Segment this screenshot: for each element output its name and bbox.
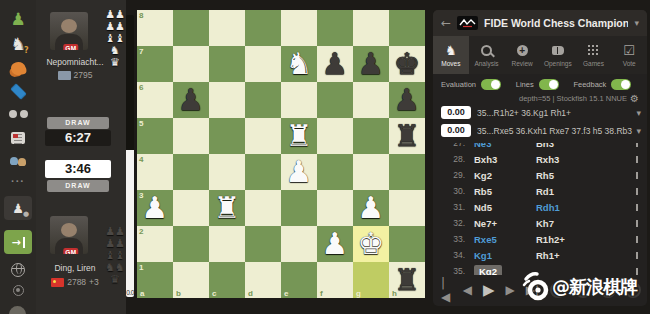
- event-logo[interactable]: [457, 16, 478, 30]
- square-a2[interactable]: 2: [137, 226, 173, 262]
- file-label-c: c: [212, 289, 216, 298]
- square-d8[interactable]: [245, 10, 281, 46]
- square-c1[interactable]: c: [209, 262, 245, 298]
- square-h4[interactable]: [389, 154, 425, 190]
- piece-N-e7[interactable]: ♞: [281, 46, 317, 82]
- square-f2[interactable]: ♟: [317, 226, 353, 262]
- square-e8[interactable]: [281, 10, 317, 46]
- lines-toggle[interactable]: [539, 79, 559, 90]
- tab-vote[interactable]: ☑ Vote: [611, 36, 647, 74]
- piece-p-g7[interactable]: ♟: [353, 46, 389, 82]
- piece-P-g3[interactable]: ♟: [353, 190, 389, 226]
- square-a1[interactable]: 1a: [137, 262, 173, 298]
- square-h8[interactable]: [389, 10, 425, 46]
- move-indicator: [636, 252, 638, 259]
- engine-score: 0.00: [441, 106, 471, 119]
- rating-top: 2795: [74, 70, 93, 80]
- lines-toggle-label: Lines: [516, 80, 534, 89]
- square-c3[interactable]: ♜: [209, 190, 245, 226]
- feedback-toggle-label: Feedback: [573, 80, 606, 89]
- exit-button[interactable]: →: [4, 230, 32, 254]
- piece-P-a3[interactable]: ♟: [137, 190, 173, 226]
- exit-arrow-icon: →: [11, 237, 24, 248]
- tab-analysis[interactable]: Analysis: [469, 36, 505, 74]
- clock-bottom: 3:46: [45, 160, 111, 178]
- move-number: 28.: [443, 154, 465, 164]
- engine-moves: 35...R1h2+ 36.Kg1 Rh1+: [477, 108, 633, 118]
- white-move[interactable]: Nd5: [474, 202, 536, 213]
- white-move[interactable]: Rxe5: [474, 234, 536, 245]
- square-a3[interactable]: 3♟: [137, 190, 173, 226]
- square-b6[interactable]: ♟: [173, 82, 209, 118]
- event-title: FIDE World Chess Champions...: [484, 17, 628, 29]
- rating-row-top: 2795: [36, 70, 114, 80]
- square-h1[interactable]: h♜: [389, 262, 425, 298]
- square-f5[interactable]: [317, 118, 353, 154]
- orange-hand-icon: [9, 60, 26, 76]
- rank-label-7: 7: [139, 47, 143, 56]
- move-navigation: |◀ ◀ ▶ ▶ ▶|: [441, 278, 641, 302]
- draw-button-bottom[interactable]: DRAW: [47, 180, 109, 192]
- square-c5[interactable]: [209, 118, 245, 154]
- square-d2[interactable]: [245, 226, 281, 262]
- engine-depth-text: depth=55 | Stockfish 15.1 NNUE: [519, 94, 627, 103]
- move-indicator: [636, 204, 638, 211]
- draw-button-top[interactable]: DRAW: [47, 117, 109, 129]
- back-icon[interactable]: ←: [441, 16, 451, 30]
- black-move[interactable]: Rd1: [536, 186, 598, 197]
- tab-moves[interactable]: ♞ Moves: [433, 36, 469, 74]
- watch-icon[interactable]: [0, 102, 36, 126]
- avatar-top-player[interactable]: GM: [50, 12, 88, 50]
- square-c8[interactable]: [209, 10, 245, 46]
- square-c7[interactable]: [209, 46, 245, 82]
- game-options-button[interactable]: ♟●: [4, 196, 32, 220]
- file-label-a: a: [140, 289, 144, 298]
- tool-icon-3[interactable]: [600, 282, 616, 298]
- white-move[interactable]: Kg2: [474, 170, 536, 181]
- rank-label-4: 4: [139, 155, 143, 164]
- square-e6[interactable]: [281, 82, 317, 118]
- globe-icon: [11, 263, 25, 277]
- engine-score: 0.00: [441, 124, 471, 137]
- square-b8[interactable]: [173, 10, 209, 46]
- rating-bottom: 2788: [67, 277, 86, 287]
- fide-flag-icon: [58, 71, 71, 80]
- square-e1[interactable]: e: [281, 262, 317, 298]
- engine-moves: 35...Rxe5 36.Kxh1 Rxe7 37.f3 h5 38.Rb3 R…: [477, 126, 633, 136]
- clock-top: 6:27: [45, 130, 111, 146]
- square-h5[interactable]: ♜: [389, 118, 425, 154]
- magnifier-icon: [481, 45, 492, 56]
- chevron-down-icon[interactable]: ▾: [634, 18, 639, 28]
- more-menu[interactable]: ···: [0, 169, 36, 193]
- move-number: 35.: [443, 266, 465, 275]
- square-f6[interactable]: [317, 82, 353, 118]
- move-number: 31.: [443, 202, 465, 212]
- player-name-top[interactable]: Nepomniacht...: [36, 57, 114, 67]
- square-a5[interactable]: 5: [137, 118, 173, 154]
- small-gear-icon: ●: [23, 210, 29, 218]
- panel-tabs: ♞ Moves Analysis + Review Openings Games…: [433, 36, 647, 74]
- rank-label-2: 2: [139, 227, 143, 236]
- move-row-27: 27.Ne3Bh3: [443, 143, 641, 151]
- material-advantage: +3: [89, 277, 99, 287]
- square-b7[interactable]: [173, 46, 209, 82]
- move-indicator: [636, 188, 638, 195]
- square-g1[interactable]: g: [353, 262, 389, 298]
- captured-pieces-top: ♟♟♟♟♝♝♞♛: [104, 9, 126, 69]
- move-number: 32.: [443, 218, 465, 228]
- rank-label-8: 8: [139, 11, 143, 20]
- black-move[interactable]: Rh1+: [536, 250, 598, 261]
- black-move[interactable]: Rdh1: [536, 202, 598, 213]
- piece-K-g2[interactable]: ♚: [353, 226, 389, 262]
- white-move[interactable]: Ne7+: [474, 218, 536, 229]
- next-move-button[interactable]: ▶: [505, 283, 514, 297]
- green-pawn-icon: ♟: [10, 9, 25, 29]
- piece-p-f7[interactable]: ♟: [317, 46, 353, 82]
- rank-label-1: 1: [139, 263, 143, 272]
- tool-icon-2[interactable]: [575, 282, 591, 298]
- file-label-d: d: [248, 289, 253, 298]
- white-move[interactable]: Ne3: [474, 143, 536, 149]
- square-g4[interactable]: [353, 154, 389, 190]
- knight-question-icon: ♞?: [10, 34, 25, 54]
- chess-board[interactable]: 87♞♟♟♚6♟♟5♜♜4♟3♟♜♟2♟♚1abcdefgh♜: [137, 10, 425, 298]
- square-g7[interactable]: ♟: [353, 46, 389, 82]
- gm-badge-bottom: GM: [63, 248, 78, 254]
- square-a6[interactable]: 6: [137, 82, 173, 118]
- square-f4[interactable]: [317, 154, 353, 190]
- newspaper-icon: [11, 132, 25, 144]
- square-d7[interactable]: [245, 46, 281, 82]
- chess-app: ♟ ♞? ··· ♟● → GM Nepomniacht... 2795 ♟♟♟…: [0, 0, 650, 314]
- piece-R-e5[interactable]: ♜: [281, 118, 317, 154]
- square-e3[interactable]: [281, 190, 317, 226]
- move-row-34: 34.Kg1Rh1+: [443, 247, 641, 263]
- brightness-icon: [13, 285, 24, 296]
- square-b1[interactable]: b: [173, 262, 209, 298]
- rank-label-5: 5: [139, 119, 143, 128]
- piece-R-c3[interactable]: ♜: [209, 190, 245, 226]
- square-h6[interactable]: ♟: [389, 82, 425, 118]
- square-h3[interactable]: [389, 190, 425, 226]
- rating-row-bottom: 2788 +3: [36, 277, 114, 287]
- black-move[interactable]: Bh3: [536, 143, 598, 149]
- black-move[interactable]: Rh5: [536, 170, 598, 181]
- move-row-33: 33.Rxe5R1h2+: [443, 231, 641, 247]
- piece-r-h5[interactable]: ♜: [389, 118, 425, 154]
- left-sidebar: ♟ ♞? ··· ♟● →: [0, 0, 36, 314]
- china-flag-icon: [51, 278, 64, 287]
- move-indicator: [636, 268, 638, 275]
- binoculars-icon: [9, 109, 28, 119]
- play-button[interactable]: ▶: [483, 281, 495, 299]
- square-d3[interactable]: [245, 190, 281, 226]
- evaluation-bar-white: [126, 150, 134, 297]
- square-e4[interactable]: ♟: [281, 154, 317, 190]
- checkbox-icon: ☑: [623, 44, 635, 57]
- square-d6[interactable]: [245, 82, 281, 118]
- tool-icon-4[interactable]: [625, 282, 641, 298]
- rank-label-6: 6: [139, 83, 143, 92]
- square-c2[interactable]: [209, 226, 245, 262]
- square-f8[interactable]: [317, 10, 353, 46]
- white-move[interactable]: Bxh3: [474, 154, 536, 165]
- tool-icon-1[interactable]: [550, 282, 566, 298]
- square-a4[interactable]: 4: [137, 154, 173, 190]
- tab-games[interactable]: Games: [576, 36, 612, 74]
- piece-p-h6[interactable]: ♟: [389, 82, 425, 118]
- evaluation-toggle-label: Evaluation: [441, 80, 476, 89]
- move-list: 27.Ne3Bh328.Bxh3Rxh329.Kg2Rh530.Rb5Rd131…: [443, 143, 641, 275]
- knight-icon: ♞: [445, 44, 457, 57]
- panel-header: ← FIDE World Chess Champions... ▾: [433, 10, 647, 36]
- square-e2[interactable]: [281, 226, 317, 262]
- move-indicator: [636, 220, 638, 227]
- white-move[interactable]: Rb5: [474, 186, 536, 197]
- last-move-button[interactable]: ▶|: [526, 283, 539, 297]
- square-g8[interactable]: [353, 10, 389, 46]
- piece-k-h7[interactable]: ♚: [389, 46, 425, 82]
- move-row-35: 35.Kg2: [443, 263, 641, 275]
- move-indicator: [636, 236, 638, 243]
- book-icon: [552, 46, 564, 55]
- user-avatar-partial[interactable]: [9, 306, 26, 314]
- file-label-f: f: [320, 289, 323, 298]
- square-e7[interactable]: ♞: [281, 46, 317, 82]
- piece-P-f2[interactable]: ♟: [317, 226, 353, 262]
- captured-row: ♛: [104, 274, 126, 286]
- square-h7[interactable]: ♚: [389, 46, 425, 82]
- square-b4[interactable]: [173, 154, 209, 190]
- square-c4[interactable]: [209, 154, 245, 190]
- move-row-32: 32.Ne7+Kh7: [443, 215, 641, 231]
- theme-button[interactable]: [0, 278, 36, 302]
- tab-openings[interactable]: Openings: [540, 36, 576, 74]
- piece-r-h1[interactable]: ♜: [389, 262, 425, 298]
- square-g2[interactable]: ♚: [353, 226, 389, 262]
- engine-line-2[interactable]: 0.0035...Rxe5 36.Kxh1 Rxe7 37.f3 h5 38.R…: [441, 123, 641, 138]
- black-move[interactable]: Rxh3: [536, 154, 598, 165]
- ellipsis-icon: ···: [11, 175, 25, 187]
- black-move[interactable]: Kh7: [536, 218, 598, 229]
- learn-icon[interactable]: [0, 79, 36, 103]
- file-label-e: e: [284, 289, 288, 298]
- move-number: 27.: [443, 143, 465, 148]
- black-move[interactable]: R1h2+: [536, 234, 598, 245]
- engine-lines: 0.0035...R1h2+ 36.Kg1 Rh1+▾0.0035...Rxe5…: [441, 105, 641, 141]
- file-label-b: b: [176, 289, 181, 298]
- play-icon[interactable]: ♟: [0, 7, 36, 31]
- news-icon[interactable]: [0, 126, 36, 150]
- square-b3[interactable]: [173, 190, 209, 226]
- square-f3[interactable]: [317, 190, 353, 226]
- engine-status: depth=55 | Stockfish 15.1 NNUE ⚙: [519, 93, 639, 104]
- versus-icon[interactable]: [0, 56, 36, 80]
- people-icon: [9, 155, 27, 167]
- move-row-30: 30.Rb5Rd1: [443, 183, 641, 199]
- file-label-g: g: [356, 289, 361, 298]
- square-a7[interactable]: 7: [137, 46, 173, 82]
- captured-row: ♛: [104, 57, 126, 69]
- square-b5[interactable]: [173, 118, 209, 154]
- evaluation-bar: 0.0: [126, 15, 134, 297]
- logo-scribble-icon: [459, 18, 476, 28]
- white-move[interactable]: Kg1: [474, 250, 536, 261]
- first-move-button[interactable]: |◀: [441, 276, 452, 304]
- tab-review[interactable]: + Review: [504, 36, 540, 74]
- avatar-bottom-player[interactable]: GM: [50, 216, 88, 254]
- move-row-31: 31.Nd5Rdh1: [443, 199, 641, 215]
- broadcast-panel: ← FIDE World Chess Champions... ▾ ♞ Move…: [433, 10, 647, 306]
- feedback-toggle[interactable]: [611, 79, 631, 90]
- evaluation-value: 0.0: [124, 289, 136, 296]
- expand-line-icon[interactable]: ▾: [636, 108, 641, 118]
- square-a8[interactable]: 8: [137, 10, 173, 46]
- captured-pieces-bottom: ♟♟♟♟♝♝♞♞♛: [104, 226, 126, 286]
- piece-P-e4[interactable]: ♟: [281, 154, 317, 190]
- square-g5[interactable]: [353, 118, 389, 154]
- engine-toggles: Evaluation Lines Feedback: [441, 78, 641, 90]
- evaluation-toggle[interactable]: [481, 79, 501, 90]
- gear-icon[interactable]: ⚙: [630, 93, 639, 104]
- move-number: 30.: [443, 186, 465, 196]
- grid-icon: [587, 44, 599, 56]
- white-move[interactable]: Kg2: [474, 266, 536, 276]
- gm-badge-top: GM: [63, 44, 78, 50]
- move-row-29: 29.Kg2Rh5: [443, 167, 641, 183]
- puzzles-icon[interactable]: ♞?: [0, 32, 36, 56]
- move-number: 33.: [443, 234, 465, 244]
- square-e5[interactable]: ♜: [281, 118, 317, 154]
- players-panel: GM Nepomniacht... 2795 ♟♟♟♟♝♝♞♛ DRAW 6:2…: [36, 0, 126, 314]
- move-indicator: [636, 143, 638, 147]
- square-g6[interactable]: [353, 82, 389, 118]
- square-d1[interactable]: d: [245, 262, 281, 298]
- move-number: 34.: [443, 250, 465, 260]
- expand-line-icon[interactable]: ▾: [636, 126, 641, 136]
- graduation-cap-icon: [10, 83, 26, 99]
- move-row-28: 28.Bxh3Rxh3: [443, 151, 641, 167]
- square-g3[interactable]: ♟: [353, 190, 389, 226]
- square-f1[interactable]: f: [317, 262, 353, 298]
- square-d5[interactable]: [245, 118, 281, 154]
- player-name-bottom[interactable]: Ding, Liren: [36, 263, 114, 273]
- engine-line-1[interactable]: 0.0035...R1h2+ 36.Kg1 Rh1+▾: [441, 105, 641, 120]
- circle-plus-icon: +: [517, 45, 528, 56]
- square-d4[interactable]: [245, 154, 281, 190]
- square-c6[interactable]: [209, 82, 245, 118]
- move-indicator: [636, 156, 638, 163]
- extra-tools: [550, 282, 641, 298]
- piece-p-b6[interactable]: ♟: [173, 82, 209, 118]
- square-f7[interactable]: ♟: [317, 46, 353, 82]
- square-b2[interactable]: [173, 226, 209, 262]
- prev-move-button[interactable]: ◀: [463, 283, 472, 297]
- square-h2[interactable]: [389, 226, 425, 262]
- move-number: 29.: [443, 170, 465, 180]
- move-indicator: [636, 172, 638, 179]
